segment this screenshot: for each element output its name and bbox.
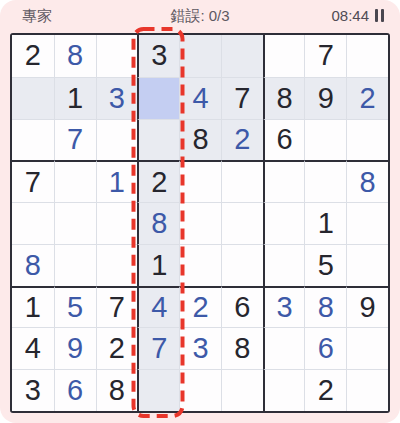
cell-r3c2[interactable]: 7 [54,119,96,161]
cell-r9c2[interactable]: 6 [54,369,96,411]
cell-r6c8[interactable]: 5 [304,244,346,286]
cell-r7c6[interactable]: 6 [221,286,263,328]
cell-r2c4[interactable] [137,77,179,119]
cell-r2c3[interactable]: 3 [96,77,138,119]
cell-r8c7[interactable] [263,327,305,369]
cell-r1c1[interactable]: 2 [12,35,54,77]
cell-r4c7[interactable] [263,160,305,202]
cell-r6c2[interactable] [54,244,96,286]
cell-r7c5[interactable]: 2 [179,286,221,328]
cell-r3c9[interactable] [346,119,388,161]
cell-r2c5[interactable]: 4 [179,77,221,119]
cell-r3c6[interactable]: 2 [221,119,263,161]
cell-r6c4[interactable]: 1 [137,244,179,286]
cell-r7c7[interactable]: 3 [263,286,305,328]
cell-r8c4[interactable]: 7 [137,327,179,369]
timer-value: 08:44 [331,7,369,24]
sudoku-app: 專家 錯誤: 0/3 08:44 28371347892782671288181… [0,0,400,423]
cell-r6c3[interactable] [96,244,138,286]
cell-r9c6[interactable] [221,369,263,411]
cell-r3c5[interactable]: 8 [179,119,221,161]
cell-r3c3[interactable] [96,119,138,161]
cell-r7c3[interactable]: 7 [96,286,138,328]
cell-r6c9[interactable] [346,244,388,286]
cell-r4c8[interactable] [304,160,346,202]
cell-r8c6[interactable]: 8 [221,327,263,369]
cell-r3c7[interactable]: 6 [263,119,305,161]
cell-r1c9[interactable] [346,35,388,77]
cell-r6c7[interactable] [263,244,305,286]
cell-r8c3[interactable]: 2 [96,327,138,369]
cell-r7c8[interactable]: 8 [304,286,346,328]
cell-r5c8[interactable]: 1 [304,202,346,244]
cell-r7c9[interactable]: 9 [346,286,388,328]
cell-r5c2[interactable] [54,202,96,244]
cell-r4c6[interactable] [221,160,263,202]
cell-r4c3[interactable]: 1 [96,160,138,202]
cell-r5c4[interactable]: 8 [137,202,179,244]
timer-area: 08:44 [331,7,384,24]
cell-r6c6[interactable] [221,244,263,286]
cell-r1c5[interactable] [179,35,221,77]
cell-r7c2[interactable]: 5 [54,286,96,328]
pause-icon[interactable] [375,9,384,22]
cell-r8c9[interactable] [346,327,388,369]
cell-r6c1[interactable]: 8 [12,244,54,286]
cell-r7c4[interactable]: 4 [137,286,179,328]
cell-r2c6[interactable]: 7 [221,77,263,119]
cell-r4c1[interactable]: 7 [12,160,54,202]
cell-r3c8[interactable] [304,119,346,161]
cell-r9c5[interactable] [179,369,221,411]
cell-r5c5[interactable] [179,202,221,244]
cell-r2c9[interactable]: 2 [346,77,388,119]
cell-r8c1[interactable]: 4 [12,327,54,369]
cell-r7c1[interactable]: 1 [12,286,54,328]
cell-r9c8[interactable]: 2 [304,369,346,411]
cell-r2c7[interactable]: 8 [263,77,305,119]
cell-r5c3[interactable] [96,202,138,244]
cell-r1c2[interactable]: 8 [54,35,96,77]
cell-r1c7[interactable] [263,35,305,77]
cell-r1c8[interactable]: 7 [304,35,346,77]
cell-r6c5[interactable] [179,244,221,286]
cell-r2c8[interactable]: 9 [304,77,346,119]
cell-r1c3[interactable] [96,35,138,77]
cell-r5c6[interactable] [221,202,263,244]
cell-r5c1[interactable] [12,202,54,244]
cell-r3c4[interactable] [137,119,179,161]
cell-r9c3[interactable]: 8 [96,369,138,411]
cell-r2c1[interactable] [12,77,54,119]
cell-r8c5[interactable]: 3 [179,327,221,369]
top-bar: 專家 錯誤: 0/3 08:44 [0,0,400,31]
cell-r8c8[interactable]: 6 [304,327,346,369]
cell-r8c2[interactable]: 9 [54,327,96,369]
cell-r1c4[interactable]: 3 [137,35,179,77]
cell-r5c7[interactable] [263,202,305,244]
cell-r3c1[interactable] [12,119,54,161]
cell-r9c1[interactable]: 3 [12,369,54,411]
cell-r4c2[interactable] [54,160,96,202]
cell-r4c9[interactable]: 8 [346,160,388,202]
cell-r9c9[interactable] [346,369,388,411]
cell-r1c6[interactable] [221,35,263,77]
cell-r9c7[interactable] [263,369,305,411]
cell-r4c5[interactable] [179,160,221,202]
cell-r4c4[interactable]: 2 [137,160,179,202]
cell-r9c4[interactable] [137,369,179,411]
sudoku-board: 2837134789278267128818151574263894927386… [10,33,390,413]
cell-r2c2[interactable]: 1 [54,77,96,119]
cell-r5c9[interactable] [346,202,388,244]
